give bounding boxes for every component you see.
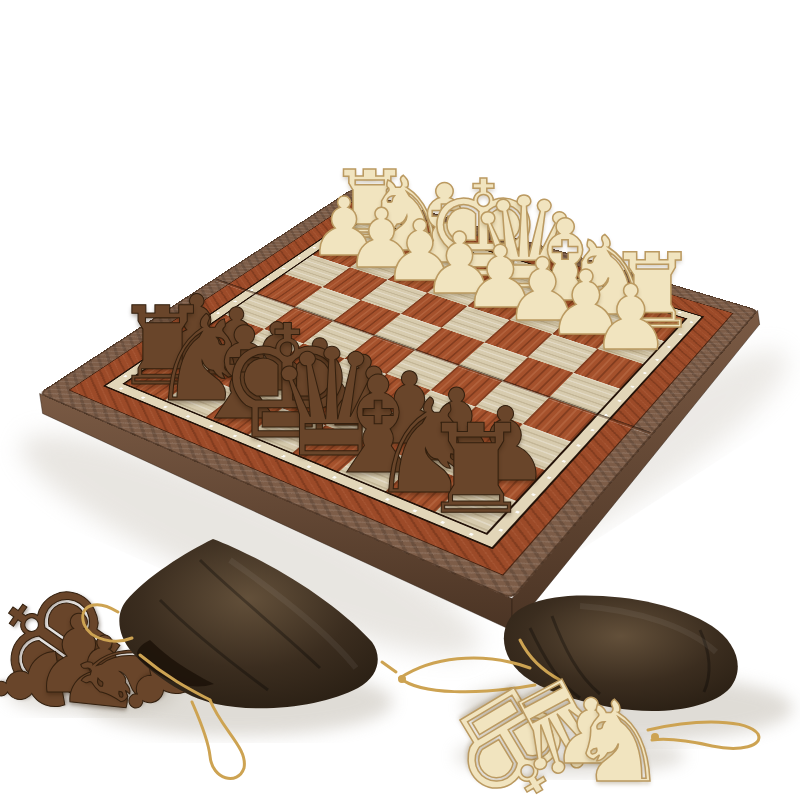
spilled-dark-pawn-fallen: ♟ — [0, 630, 83, 737]
left-pouch-drawstring — [83, 605, 245, 779]
pouch-highlight — [230, 560, 356, 668]
right-pouch — [504, 596, 738, 711]
dark-spill-shadow — [7, 674, 177, 714]
pouch-highlight — [580, 606, 716, 652]
product-photo-scene: ♜♞♝♚♛♝♞♜♟♟♟♟♟♟♟♟♟♟♟♟♟♟♟♟♜♞♝♚♛♝♞♜ ♚♟♟♟♞♟ — [0, 0, 800, 800]
chess-board — [38, 189, 759, 600]
pouch-crease — [160, 560, 320, 690]
right-pouch-drawstring — [382, 640, 759, 748]
left-pouch — [119, 539, 377, 708]
board-inlay-margin — [103, 211, 704, 549]
left-bag-shadow — [83, 668, 393, 736]
spilled-dark-knight-emerging-from-pouch: ♞ — [58, 610, 180, 732]
spilled-dark-king-fallen: ♚ — [0, 539, 162, 748]
pouch-crease — [530, 616, 709, 698]
spilled-white-knight-standing: ♞ — [562, 686, 674, 798]
light-spill-shadow — [455, 736, 685, 776]
left-pouch-mouth-shading — [137, 640, 214, 687]
spilled-dark-pawn-standing: ♟ — [25, 601, 133, 709]
board-frame — [38, 189, 759, 600]
spilled-white-pawn-standing: ♟ — [546, 687, 636, 777]
board-grid — [122, 219, 687, 535]
right-bag-shadow — [463, 674, 793, 742]
spilled-dark-pawn-fallen-at-pouch-mouth: ♟ — [95, 621, 219, 745]
spilled-white-queen-fallen: ♛ — [479, 647, 639, 800]
spilled-white-king-fallen: ♚ — [416, 649, 608, 800]
spilled-dark-pawn-standing: ♟ — [49, 619, 155, 725]
board-veneer-border — [68, 199, 733, 576]
